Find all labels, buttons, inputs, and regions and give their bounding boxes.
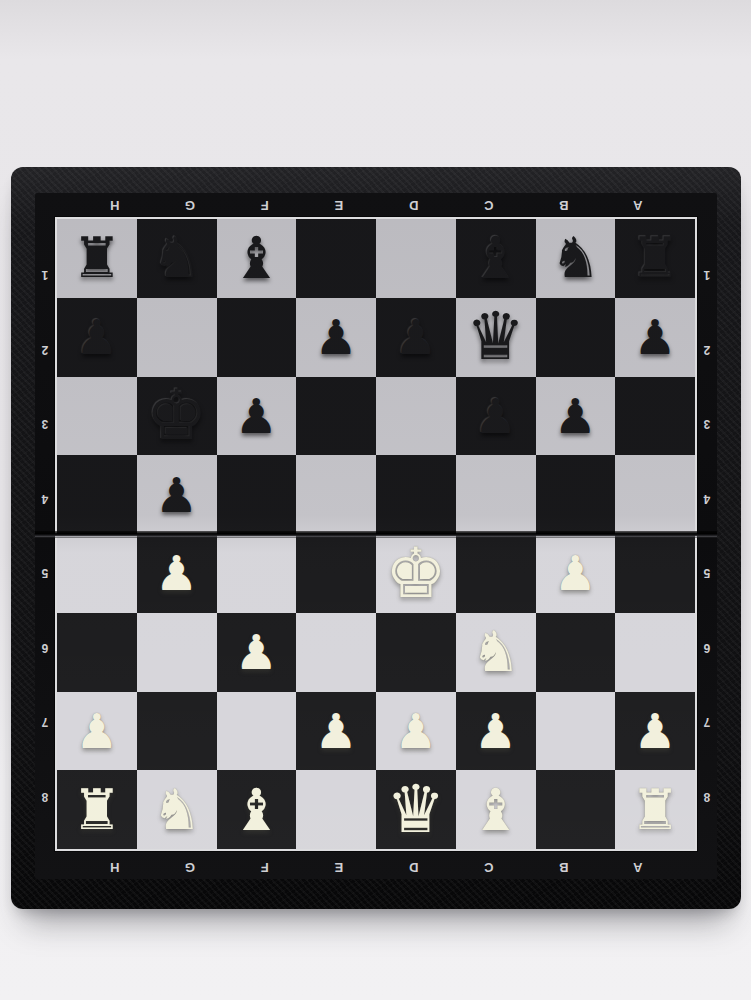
piece-black-queen-c2[interactable]: ♛ (466, 304, 525, 370)
file-label-f: F (227, 195, 302, 215)
file-label-a: A (600, 195, 675, 215)
piece-white-pawn-d7[interactable]: ♟ (394, 707, 437, 755)
piece-white-pawn-e7[interactable]: ♟ (315, 707, 358, 755)
file-label-g: G (152, 195, 227, 215)
piece-white-pawn-b5[interactable]: ♟ (554, 549, 597, 597)
square-g4[interactable]: ♟ (137, 455, 217, 534)
piece-black-king-g3[interactable]: ♚ (146, 381, 208, 450)
file-label-h: H (77, 195, 152, 215)
piece-black-pawn-c3[interactable]: ♟ (474, 392, 517, 440)
square-c2[interactable]: ♛ (456, 298, 536, 377)
square-b7[interactable] (536, 692, 616, 771)
square-f7[interactable] (217, 692, 297, 771)
square-b3[interactable]: ♟ (536, 377, 616, 456)
file-label-e: E (301, 857, 376, 877)
rank-label-6: 6 (36, 610, 54, 685)
piece-black-pawn-a2[interactable]: ♟ (634, 313, 677, 361)
square-e7[interactable]: ♟ (296, 692, 376, 771)
square-h6[interactable] (57, 613, 137, 692)
square-a1[interactable]: ♜ (615, 219, 695, 298)
square-b6[interactable] (536, 613, 616, 692)
piece-black-knight-g1[interactable]: ♞ (152, 230, 202, 286)
square-a6[interactable] (615, 613, 695, 692)
square-h1[interactable]: ♜ (57, 219, 137, 298)
square-d8[interactable]: ♛ (376, 770, 456, 849)
rank-labels-left: 12345678 (36, 237, 54, 833)
square-c1[interactable]: ♝ (456, 219, 536, 298)
file-label-b: B (526, 857, 601, 877)
piece-white-pawn-f6[interactable]: ♟ (235, 628, 278, 676)
rank-label-8: 8 (36, 759, 54, 834)
rank-label-2: 2 (698, 312, 716, 387)
piece-black-pawn-b3[interactable]: ♟ (554, 392, 597, 440)
piece-black-rook-h1[interactable]: ♜ (72, 230, 122, 286)
rank-label-5: 5 (36, 535, 54, 610)
square-g1[interactable]: ♞ (137, 219, 217, 298)
piece-white-bishop-c8[interactable]: ♝ (470, 781, 522, 839)
piece-black-pawn-h2[interactable]: ♟ (75, 313, 118, 361)
square-h7[interactable]: ♟ (57, 692, 137, 771)
rank-labels-right: 12345678 (698, 237, 716, 833)
square-a5[interactable] (615, 534, 695, 613)
square-g6[interactable] (137, 613, 217, 692)
rank-label-1: 1 (36, 237, 54, 312)
square-b4[interactable] (536, 455, 616, 534)
square-e3[interactable] (296, 377, 376, 456)
square-a4[interactable] (615, 455, 695, 534)
board-border: ♜♞♝♝♞♜♟♟♟♛♟♚♟♟♟♟♟♚♟♟♞♟♟♟♟♟♜♞♝♛♝♜ (55, 217, 697, 851)
rank-label-2: 2 (36, 312, 54, 387)
piece-white-pawn-h7[interactable]: ♟ (75, 707, 118, 755)
file-label-d: D (376, 195, 451, 215)
square-f6[interactable]: ♟ (217, 613, 297, 692)
rank-label-7: 7 (36, 684, 54, 759)
square-d1[interactable] (376, 219, 456, 298)
piece-white-knight-c6[interactable]: ♞ (471, 624, 521, 680)
square-a8[interactable]: ♜ (615, 770, 695, 849)
piece-black-rook-a1[interactable]: ♜ (630, 230, 680, 286)
square-e6[interactable] (296, 613, 376, 692)
square-h4[interactable] (57, 455, 137, 534)
square-h3[interactable] (57, 377, 137, 456)
piece-white-knight-g8[interactable]: ♞ (152, 782, 202, 838)
square-h5[interactable] (57, 534, 137, 613)
square-b5[interactable]: ♟ (536, 534, 616, 613)
square-f2[interactable] (217, 298, 297, 377)
file-labels-bottom: HGFEDCBA (77, 857, 675, 877)
square-b1[interactable]: ♞ (536, 219, 616, 298)
square-e8[interactable] (296, 770, 376, 849)
rank-label-5: 5 (698, 535, 716, 610)
file-label-c: C (451, 857, 526, 877)
file-label-d: D (376, 857, 451, 877)
square-d2[interactable]: ♟ (376, 298, 456, 377)
rank-label-6: 6 (698, 610, 716, 685)
piece-black-bishop-c1[interactable]: ♝ (470, 229, 522, 287)
file-label-h: H (77, 857, 152, 877)
square-f8[interactable]: ♝ (217, 770, 297, 849)
piece-black-knight-b1[interactable]: ♞ (550, 230, 600, 286)
square-e2[interactable]: ♟ (296, 298, 376, 377)
rank-label-8: 8 (698, 759, 716, 834)
square-c8[interactable]: ♝ (456, 770, 536, 849)
file-label-c: C (451, 195, 526, 215)
rank-label-4: 4 (36, 461, 54, 536)
file-label-g: G (152, 857, 227, 877)
square-g2[interactable] (137, 298, 217, 377)
square-h8[interactable]: ♜ (57, 770, 137, 849)
file-labels-top: HGFEDCBA (77, 195, 675, 215)
chess-board-grid: ♜♞♝♝♞♜♟♟♟♛♟♚♟♟♟♟♟♚♟♟♞♟♟♟♟♟♜♞♝♛♝♜ (57, 219, 695, 849)
square-d4[interactable] (376, 455, 456, 534)
square-g8[interactable]: ♞ (137, 770, 217, 849)
board-surface: HGFEDCBA HGFEDCBA 12345678 12345678 ♜♞♝♝… (35, 193, 717, 879)
square-g7[interactable] (137, 692, 217, 771)
square-a3[interactable] (615, 377, 695, 456)
square-g5[interactable]: ♟ (137, 534, 217, 613)
piece-black-pawn-f3[interactable]: ♟ (235, 392, 278, 440)
square-f5[interactable] (217, 534, 297, 613)
rank-label-1: 1 (698, 237, 716, 312)
square-f4[interactable] (217, 455, 297, 534)
piece-white-rook-h8[interactable]: ♜ (72, 782, 122, 838)
square-f1[interactable]: ♝ (217, 219, 297, 298)
square-g3[interactable]: ♚ (137, 377, 217, 456)
piece-black-pawn-e2[interactable]: ♟ (315, 313, 358, 361)
square-b8[interactable] (536, 770, 616, 849)
piece-white-pawn-g5[interactable]: ♟ (155, 549, 198, 597)
square-d5[interactable]: ♚ (376, 534, 456, 613)
square-c4[interactable] (456, 455, 536, 534)
square-c3[interactable]: ♟ (456, 377, 536, 456)
square-c5[interactable] (456, 534, 536, 613)
square-a2[interactable]: ♟ (615, 298, 695, 377)
square-d3[interactable] (376, 377, 456, 456)
piece-black-pawn-d2[interactable]: ♟ (394, 313, 437, 361)
piece-white-king-d5[interactable]: ♚ (385, 539, 447, 608)
square-d7[interactable]: ♟ (376, 692, 456, 771)
file-label-b: B (526, 195, 601, 215)
square-f3[interactable]: ♟ (217, 377, 297, 456)
board-photo: HGFEDCBA HGFEDCBA 12345678 12345678 ♜♞♝♝… (0, 0, 751, 1000)
piece-white-pawn-a7[interactable]: ♟ (634, 707, 677, 755)
square-c7[interactable]: ♟ (456, 692, 536, 771)
rank-label-3: 3 (36, 386, 54, 461)
square-e4[interactable] (296, 455, 376, 534)
piece-black-bishop-f1[interactable]: ♝ (230, 229, 282, 287)
chess-board-case: HGFEDCBA HGFEDCBA 12345678 12345678 ♜♞♝♝… (11, 167, 741, 909)
file-label-e: E (301, 195, 376, 215)
square-e5[interactable] (296, 534, 376, 613)
rank-label-4: 4 (698, 461, 716, 536)
piece-white-bishop-f8[interactable]: ♝ (230, 781, 282, 839)
square-a7[interactable]: ♟ (615, 692, 695, 771)
rank-label-7: 7 (698, 684, 716, 759)
file-label-a: A (600, 857, 675, 877)
piece-white-queen-d8[interactable]: ♛ (386, 777, 445, 843)
rank-label-3: 3 (698, 386, 716, 461)
square-h2[interactable]: ♟ (57, 298, 137, 377)
piece-white-rook-a8[interactable]: ♜ (630, 782, 680, 838)
square-e1[interactable] (296, 219, 376, 298)
square-c6[interactable]: ♞ (456, 613, 536, 692)
square-d6[interactable] (376, 613, 456, 692)
piece-white-pawn-c7[interactable]: ♟ (474, 707, 517, 755)
square-b2[interactable] (536, 298, 616, 377)
file-label-f: F (227, 857, 302, 877)
piece-black-pawn-g4[interactable]: ♟ (155, 471, 198, 519)
